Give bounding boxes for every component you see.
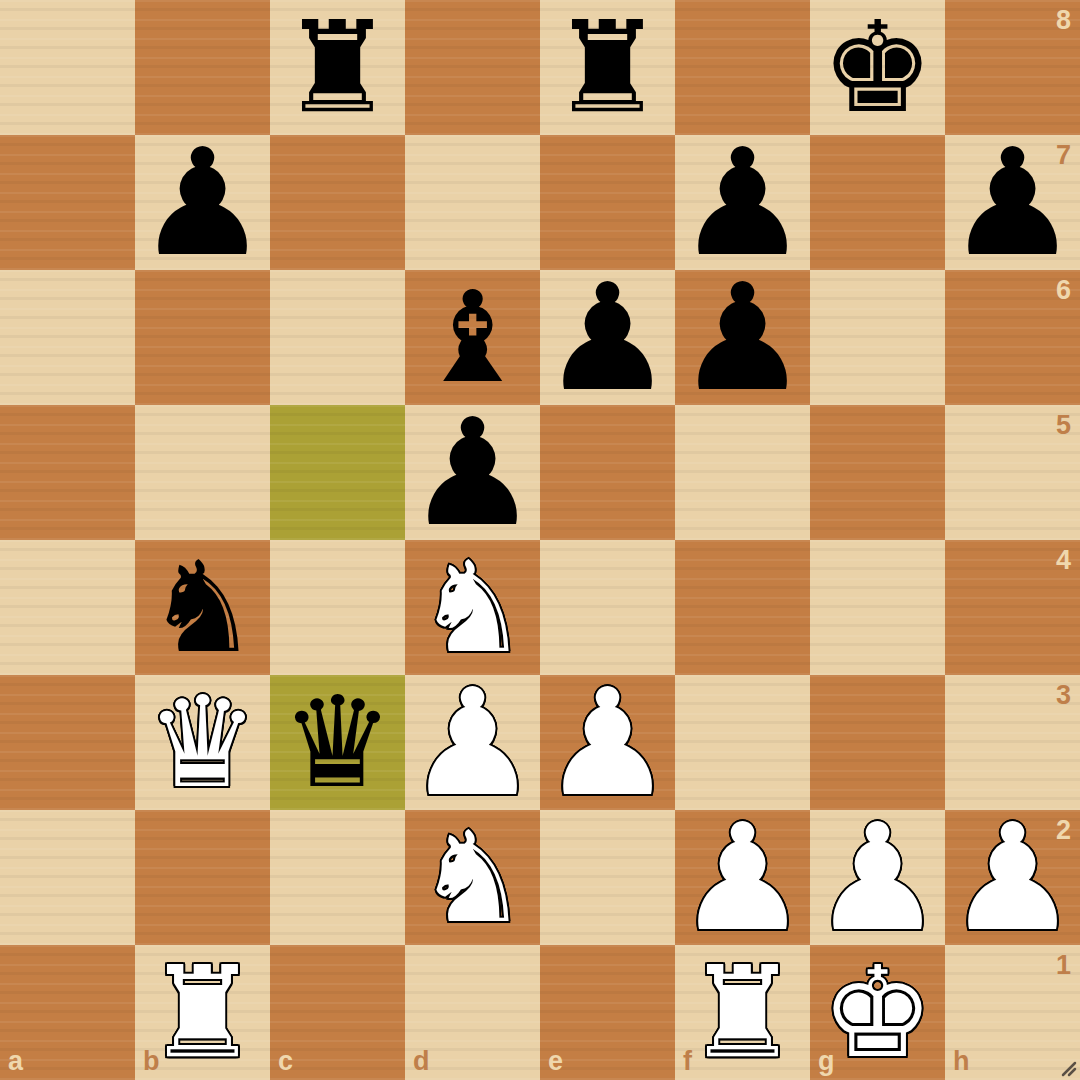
square-d7[interactable] bbox=[405, 135, 540, 270]
square-a5[interactable] bbox=[0, 405, 135, 540]
square-b5[interactable] bbox=[135, 405, 270, 540]
piece-black-pawn[interactable]: ♟ bbox=[675, 135, 810, 270]
square-d4[interactable]: ♞ bbox=[405, 540, 540, 675]
square-c7[interactable] bbox=[270, 135, 405, 270]
square-h6[interactable]: 6 bbox=[945, 270, 1080, 405]
square-f8[interactable] bbox=[675, 0, 810, 135]
square-c3[interactable]: ♛ bbox=[270, 675, 405, 810]
square-a2[interactable] bbox=[0, 810, 135, 945]
piece-black-bishop[interactable]: ♝ bbox=[405, 270, 540, 405]
square-e7[interactable] bbox=[540, 135, 675, 270]
square-d2[interactable]: ♞ bbox=[405, 810, 540, 945]
file-label-d: d bbox=[413, 1046, 430, 1077]
file-label-g: g bbox=[818, 1046, 835, 1077]
file-label-h: h bbox=[953, 1046, 970, 1077]
file-label-f: f bbox=[683, 1046, 692, 1077]
square-a6[interactable] bbox=[0, 270, 135, 405]
piece-black-knight[interactable]: ♞ bbox=[135, 540, 270, 675]
square-e2[interactable] bbox=[540, 810, 675, 945]
square-d8[interactable] bbox=[405, 0, 540, 135]
file-label-c: c bbox=[278, 1046, 293, 1077]
square-g7[interactable] bbox=[810, 135, 945, 270]
square-d3[interactable]: ♟ bbox=[405, 675, 540, 810]
square-g6[interactable] bbox=[810, 270, 945, 405]
square-c8[interactable]: ♜ bbox=[270, 0, 405, 135]
square-d5[interactable]: ♟ bbox=[405, 405, 540, 540]
piece-black-pawn[interactable]: ♟ bbox=[540, 270, 675, 405]
square-c5[interactable] bbox=[270, 405, 405, 540]
square-c1[interactable]: c bbox=[270, 945, 405, 1080]
file-label-a: a bbox=[8, 1046, 23, 1077]
square-c2[interactable] bbox=[270, 810, 405, 945]
chess-board: ♜♜♚8♟♟7♟♝♟♟6♟5♞♞4♛♛♟♟3♞♟♟2♟ab♜cdef♜g♚1h bbox=[0, 0, 1080, 1080]
piece-black-rook[interactable]: ♜ bbox=[540, 0, 675, 135]
rank-label-6: 6 bbox=[1056, 275, 1071, 306]
square-a8[interactable] bbox=[0, 0, 135, 135]
square-e5[interactable] bbox=[540, 405, 675, 540]
piece-white-queen[interactable]: ♛ bbox=[135, 675, 270, 810]
square-g3[interactable] bbox=[810, 675, 945, 810]
piece-black-pawn[interactable]: ♟ bbox=[135, 135, 270, 270]
file-label-e: e bbox=[548, 1046, 563, 1077]
square-e4[interactable] bbox=[540, 540, 675, 675]
square-e1[interactable]: e bbox=[540, 945, 675, 1080]
square-e6[interactable]: ♟ bbox=[540, 270, 675, 405]
square-b6[interactable] bbox=[135, 270, 270, 405]
square-f7[interactable]: ♟ bbox=[675, 135, 810, 270]
square-f4[interactable] bbox=[675, 540, 810, 675]
rank-label-8: 8 bbox=[1056, 5, 1071, 36]
file-label-b: b bbox=[143, 1046, 160, 1077]
square-d6[interactable]: ♝ bbox=[405, 270, 540, 405]
square-e3[interactable]: ♟ bbox=[540, 675, 675, 810]
square-e8[interactable]: ♜ bbox=[540, 0, 675, 135]
piece-white-pawn[interactable]: ♟ bbox=[675, 810, 810, 945]
piece-black-queen[interactable]: ♛ bbox=[270, 675, 405, 810]
piece-white-pawn[interactable]: ♟ bbox=[810, 810, 945, 945]
piece-white-pawn[interactable]: ♟ bbox=[540, 675, 675, 810]
square-c4[interactable] bbox=[270, 540, 405, 675]
square-b1[interactable]: b♜ bbox=[135, 945, 270, 1080]
square-f1[interactable]: f♜ bbox=[675, 945, 810, 1080]
square-h3[interactable]: 3 bbox=[945, 675, 1080, 810]
square-g4[interactable] bbox=[810, 540, 945, 675]
square-g5[interactable] bbox=[810, 405, 945, 540]
piece-black-pawn[interactable]: ♟ bbox=[675, 270, 810, 405]
square-a7[interactable] bbox=[0, 135, 135, 270]
square-f5[interactable] bbox=[675, 405, 810, 540]
piece-white-knight[interactable]: ♞ bbox=[405, 810, 540, 945]
piece-black-pawn[interactable]: ♟ bbox=[405, 405, 540, 540]
square-f6[interactable]: ♟ bbox=[675, 270, 810, 405]
rank-label-2: 2 bbox=[1056, 815, 1071, 846]
square-h8[interactable]: 8 bbox=[945, 0, 1080, 135]
square-g2[interactable]: ♟ bbox=[810, 810, 945, 945]
square-h2[interactable]: 2♟ bbox=[945, 810, 1080, 945]
rank-label-3: 3 bbox=[1056, 680, 1071, 711]
square-b3[interactable]: ♛ bbox=[135, 675, 270, 810]
square-f3[interactable] bbox=[675, 675, 810, 810]
square-a4[interactable] bbox=[0, 540, 135, 675]
square-a1[interactable]: a bbox=[0, 945, 135, 1080]
resize-handle-icon[interactable] bbox=[1054, 1054, 1078, 1078]
piece-black-king[interactable]: ♚ bbox=[810, 0, 945, 135]
square-h7[interactable]: 7♟ bbox=[945, 135, 1080, 270]
rank-label-5: 5 bbox=[1056, 410, 1071, 441]
rank-label-7: 7 bbox=[1056, 140, 1071, 171]
square-h1[interactable]: 1h bbox=[945, 945, 1080, 1080]
rank-label-1: 1 bbox=[1056, 950, 1071, 981]
square-d1[interactable]: d bbox=[405, 945, 540, 1080]
piece-white-rook[interactable]: ♜ bbox=[675, 945, 810, 1080]
piece-black-rook[interactable]: ♜ bbox=[270, 0, 405, 135]
square-b7[interactable]: ♟ bbox=[135, 135, 270, 270]
square-b4[interactable]: ♞ bbox=[135, 540, 270, 675]
square-c6[interactable] bbox=[270, 270, 405, 405]
square-g1[interactable]: g♚ bbox=[810, 945, 945, 1080]
square-g8[interactable]: ♚ bbox=[810, 0, 945, 135]
piece-white-pawn[interactable]: ♟ bbox=[405, 675, 540, 810]
square-h5[interactable]: 5 bbox=[945, 405, 1080, 540]
square-b8[interactable] bbox=[135, 0, 270, 135]
square-b2[interactable] bbox=[135, 810, 270, 945]
rank-label-4: 4 bbox=[1056, 545, 1071, 576]
piece-white-knight[interactable]: ♞ bbox=[405, 540, 540, 675]
square-h4[interactable]: 4 bbox=[945, 540, 1080, 675]
square-f2[interactable]: ♟ bbox=[675, 810, 810, 945]
square-a3[interactable] bbox=[0, 675, 135, 810]
